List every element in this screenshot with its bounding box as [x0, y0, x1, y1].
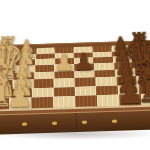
square-a5: [75, 95, 97, 107]
board-shadow: [0, 128, 150, 140]
piece-white-rook-a1: ♜: [0, 75, 20, 114]
chess-set-photo: ♜♞♝♛♚♝♞♜♟♟♟♟♟♟♟♟♟♟♟♟♟♟♟♟♜♞♝♛♚♝♞♜: [0, 0, 150, 150]
board-squares: [0, 0, 147, 2]
brass-accent: [21, 123, 26, 126]
brass-accent: [111, 120, 116, 123]
pieces-layer: ♜♞♝♛♚♝♞♜♟♟♟♟♟♟♟♟♟♟♟♟♟♟♟♟♜♞♝♛♚♝♞♜: [0, 0, 147, 2]
piece-white-pawn-e4: ♟: [42, 49, 87, 74]
square-a4: [53, 96, 75, 108]
brass-accent: [81, 121, 86, 124]
brass-accent: [51, 122, 56, 125]
piece-black-pawn-a7: ♟: [108, 78, 150, 109]
